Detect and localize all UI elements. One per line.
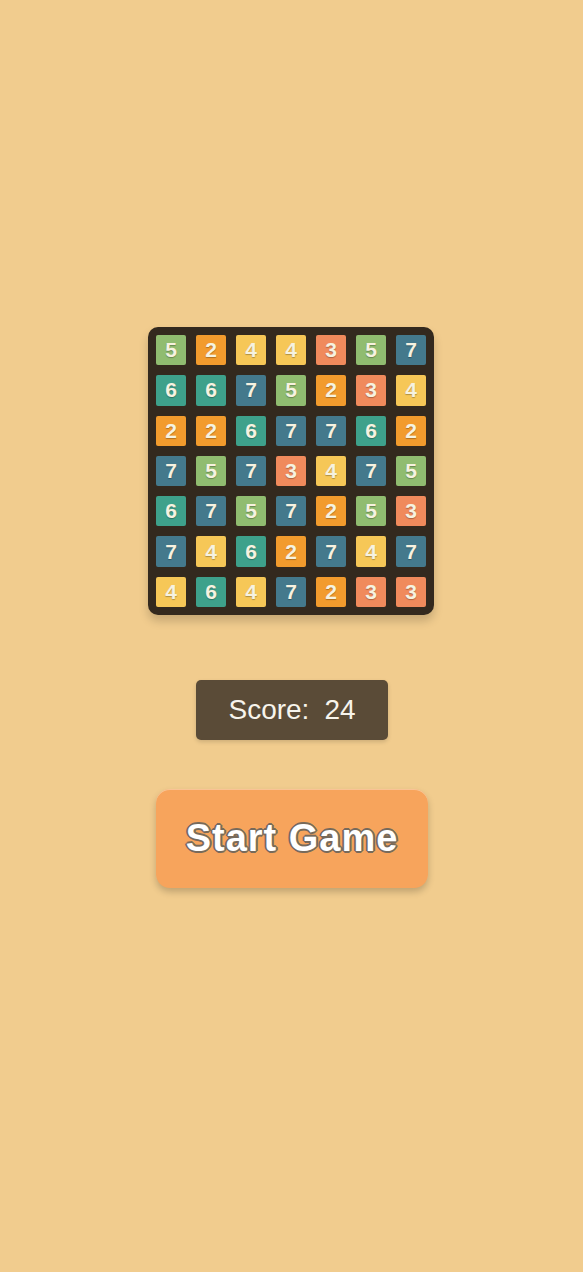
tile-r5c3[interactable]: 5 [236, 496, 266, 526]
tile-grid: 5244357667523422677627573475675725374627… [156, 335, 426, 607]
tile-r4c7[interactable]: 5 [396, 456, 426, 486]
tile-r2c7[interactable]: 4 [396, 375, 426, 405]
tile-r3c3[interactable]: 6 [236, 416, 266, 446]
game-board: 5244357667523422677627573475675725374627… [148, 327, 434, 615]
tile-r7c2[interactable]: 6 [196, 577, 226, 607]
score-label: Score: [228, 694, 309, 726]
tile-r1c3[interactable]: 4 [236, 335, 266, 365]
tile-r4c3[interactable]: 7 [236, 456, 266, 486]
tile-r5c2[interactable]: 7 [196, 496, 226, 526]
tile-r3c7[interactable]: 2 [396, 416, 426, 446]
tile-r3c4[interactable]: 7 [276, 416, 306, 446]
tile-r6c3[interactable]: 6 [236, 536, 266, 566]
tile-r5c5[interactable]: 2 [316, 496, 346, 526]
tile-r6c7[interactable]: 7 [396, 536, 426, 566]
tile-r1c5[interactable]: 3 [316, 335, 346, 365]
tile-r7c1[interactable]: 4 [156, 577, 186, 607]
tile-r7c6[interactable]: 3 [356, 577, 386, 607]
tile-r2c3[interactable]: 7 [236, 375, 266, 405]
tile-r1c2[interactable]: 2 [196, 335, 226, 365]
tile-r6c4[interactable]: 2 [276, 536, 306, 566]
tile-r6c5[interactable]: 7 [316, 536, 346, 566]
tile-r2c4[interactable]: 5 [276, 375, 306, 405]
tile-r7c7[interactable]: 3 [396, 577, 426, 607]
app-screen: 5244357667523422677627573475675725374627… [0, 0, 583, 1272]
tile-r4c1[interactable]: 7 [156, 456, 186, 486]
tile-r7c5[interactable]: 2 [316, 577, 346, 607]
tile-r4c6[interactable]: 7 [356, 456, 386, 486]
tile-r2c1[interactable]: 6 [156, 375, 186, 405]
tile-r5c1[interactable]: 6 [156, 496, 186, 526]
tile-r3c6[interactable]: 6 [356, 416, 386, 446]
tile-r1c6[interactable]: 5 [356, 335, 386, 365]
tile-r7c4[interactable]: 7 [276, 577, 306, 607]
tile-r3c5[interactable]: 7 [316, 416, 346, 446]
tile-r4c5[interactable]: 4 [316, 456, 346, 486]
tile-r5c6[interactable]: 5 [356, 496, 386, 526]
score-box: Score: 24 [196, 680, 388, 740]
score-value: 24 [324, 694, 355, 726]
tile-r1c1[interactable]: 5 [156, 335, 186, 365]
tile-r5c4[interactable]: 7 [276, 496, 306, 526]
tile-r6c2[interactable]: 4 [196, 536, 226, 566]
tile-r2c2[interactable]: 6 [196, 375, 226, 405]
tile-r2c6[interactable]: 3 [356, 375, 386, 405]
tile-r1c7[interactable]: 7 [396, 335, 426, 365]
start-game-button[interactable]: Start Game [156, 789, 428, 888]
tile-r5c7[interactable]: 3 [396, 496, 426, 526]
tile-r3c1[interactable]: 2 [156, 416, 186, 446]
tile-r7c3[interactable]: 4 [236, 577, 266, 607]
tile-r2c5[interactable]: 2 [316, 375, 346, 405]
tile-r4c2[interactable]: 5 [196, 456, 226, 486]
tile-r3c2[interactable]: 2 [196, 416, 226, 446]
tile-r6c6[interactable]: 4 [356, 536, 386, 566]
tile-r6c1[interactable]: 7 [156, 536, 186, 566]
tile-r4c4[interactable]: 3 [276, 456, 306, 486]
tile-r1c4[interactable]: 4 [276, 335, 306, 365]
